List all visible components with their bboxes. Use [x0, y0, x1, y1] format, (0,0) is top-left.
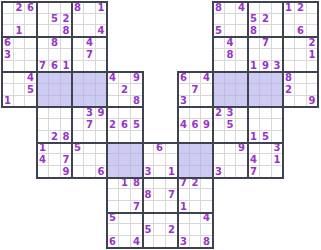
given-cell-r14c22: 4 [248, 154, 260, 166]
given-cell-r6c6: 1 [61, 61, 72, 72]
empty-cell-r17c16[interactable] [178, 189, 190, 201]
empty-cell-r7c27[interactable] [307, 72, 318, 84]
given-cell-r7c10: 4 [107, 72, 119, 84]
empty-cell-r8c21[interactable] [236, 84, 248, 96]
empty-cell-r14c14[interactable] [154, 154, 166, 166]
empty-cell-r10c18[interactable] [201, 107, 213, 119]
empty-cell-r6c26[interactable] [295, 61, 307, 72]
empty-cell-r2c4[interactable] [37, 14, 49, 25]
empty-cell-r14c13[interactable] [143, 154, 154, 166]
given-cell-r1c25: 1 [283, 2, 295, 14]
empty-cell-r15c18[interactable] [201, 166, 213, 178]
empty-cell-r1c4[interactable] [37, 2, 49, 14]
empty-cell-r10c16[interactable] [178, 107, 190, 119]
empty-cell-r2c2[interactable] [14, 14, 25, 25]
empty-cell-r6c21[interactable] [236, 61, 248, 72]
empty-cell-r8c19[interactable] [213, 84, 225, 96]
given-cell-r21c16: 3 [178, 236, 190, 248]
empty-cell-r8c24[interactable] [272, 84, 283, 96]
empty-cell-r8c22[interactable] [248, 84, 260, 96]
empty-cell-r3c24[interactable] [272, 25, 283, 37]
empty-cell-r2c8[interactable] [84, 14, 96, 25]
given-cell-r20c15: 2 [166, 224, 178, 236]
given-cell-r15c15: 1 [166, 166, 178, 178]
empty-cell-r16c14[interactable] [154, 178, 166, 189]
empty-cell-r1c24[interactable] [272, 2, 283, 14]
empty-cell-r12c20[interactable] [225, 131, 236, 143]
empty-cell-r21c13[interactable] [143, 236, 154, 248]
empty-cell-r1c8[interactable] [84, 2, 96, 14]
empty-cell-r5c26[interactable] [295, 49, 307, 61]
empty-cell-r13c8[interactable] [84, 143, 96, 154]
empty-cell-r15c4[interactable] [37, 166, 49, 178]
empty-cell-r4c4[interactable] [37, 37, 49, 49]
given-cell-r15c22: 7 [248, 166, 260, 178]
empty-cell-r10c4[interactable] [37, 107, 49, 119]
given-cell-r7c3: 4 [25, 72, 37, 84]
empty-cell-r21c14[interactable] [154, 236, 166, 248]
given-cell-r12c22: 1 [248, 131, 260, 143]
empty-cell-r19c14[interactable] [154, 213, 166, 224]
given-cell-r3c26: 6 [295, 25, 307, 37]
given-cell-r15c6: 9 [61, 166, 72, 178]
given-cell-r7c12: 9 [131, 72, 143, 84]
empty-cell-r5c3[interactable] [25, 49, 37, 61]
empty-cell-r10c12[interactable] [131, 107, 143, 119]
empty-cell-r8c23[interactable] [260, 84, 272, 96]
empty-cell-r7c20[interactable] [225, 72, 236, 84]
empty-cell-r14c10[interactable] [107, 154, 119, 166]
given-cell-r14c6: 7 [61, 154, 72, 166]
empty-cell-r7c26[interactable] [295, 72, 307, 84]
empty-cell-r13c13[interactable] [143, 143, 154, 154]
empty-cell-r20c18[interactable] [201, 224, 213, 236]
empty-cell-r15c21[interactable] [236, 166, 248, 178]
empty-cell-r10c7[interactable] [72, 107, 84, 119]
empty-cell-r12c16[interactable] [178, 131, 190, 143]
empty-cell-r11c7[interactable] [72, 119, 84, 131]
given-cell-r4c23: 7 [260, 37, 272, 49]
empty-cell-r11c5[interactable] [49, 119, 61, 131]
empty-cell-r13c5[interactable] [49, 143, 61, 154]
empty-cell-r3c1[interactable] [2, 25, 14, 37]
empty-cell-r20c10[interactable] [107, 224, 119, 236]
given-cell-r9c27: 9 [307, 96, 318, 107]
empty-cell-r15c20[interactable] [225, 166, 236, 178]
empty-cell-r8c18[interactable] [201, 84, 213, 96]
given-cell-r4c1: 6 [2, 37, 14, 49]
empty-cell-r13c6[interactable] [61, 143, 72, 154]
empty-cell-r6c20[interactable] [225, 61, 236, 72]
empty-cell-r17c14[interactable] [154, 189, 166, 201]
empty-cell-r4c24[interactable] [272, 37, 283, 49]
empty-cell-r17c18[interactable] [201, 189, 213, 201]
empty-cell-r12c8[interactable] [84, 131, 96, 143]
given-cell-r10c20: 3 [225, 107, 236, 119]
given-cell-r13c14: 6 [154, 143, 166, 154]
empty-cell-r11c22[interactable] [248, 119, 260, 131]
empty-cell-r14c12[interactable] [131, 154, 143, 166]
given-cell-r21c12: 4 [131, 236, 143, 248]
given-cell-r5c20: 8 [225, 49, 236, 61]
empty-cell-r20c16[interactable] [178, 224, 190, 236]
given-cell-r7c18: 4 [201, 72, 213, 84]
empty-cell-r3c27[interactable] [307, 25, 318, 37]
empty-cell-r7c1[interactable] [2, 72, 14, 84]
empty-cell-r4c21[interactable] [236, 37, 248, 49]
empty-cell-r14c7[interactable] [72, 154, 84, 166]
empty-cell-r12c12[interactable] [131, 131, 143, 143]
empty-cell-r7c9[interactable] [96, 72, 107, 84]
empty-cell-r9c25[interactable] [283, 96, 295, 107]
empty-cell-r6c19[interactable] [213, 61, 225, 72]
empty-cell-r18c11[interactable] [119, 201, 131, 213]
empty-cell-r19c12[interactable] [131, 213, 143, 224]
empty-cell-r9c17[interactable] [190, 96, 201, 107]
empty-cell-r4c3[interactable] [25, 37, 37, 49]
empty-cell-r20c11[interactable] [119, 224, 131, 236]
empty-cell-r1c1[interactable] [2, 2, 14, 14]
empty-cell-r2c3[interactable] [25, 14, 37, 25]
empty-cell-r10c11[interactable] [119, 107, 131, 119]
empty-cell-r4c19[interactable] [213, 37, 225, 49]
empty-cell-r7c6[interactable] [61, 72, 72, 84]
empty-cell-r1c27[interactable] [307, 2, 318, 14]
empty-cell-r14c15[interactable] [166, 154, 178, 166]
empty-cell-r18c17[interactable] [190, 201, 201, 213]
empty-cell-r11c19[interactable] [213, 119, 225, 131]
empty-cell-r8c10[interactable] [107, 84, 119, 96]
empty-cell-r10c21[interactable] [236, 107, 248, 119]
given-cell-r15c13: 3 [143, 166, 154, 178]
empty-cell-r7c23[interactable] [260, 72, 272, 84]
given-cell-r15c9: 6 [96, 166, 107, 178]
empty-cell-r13c9[interactable] [96, 143, 107, 154]
empty-cell-r13c18[interactable] [201, 143, 213, 154]
empty-cell-r9c4[interactable] [37, 96, 49, 107]
empty-cell-r11c9[interactable] [96, 119, 107, 131]
given-cell-r9c1: 1 [2, 96, 14, 107]
empty-cell-r3c23[interactable] [260, 25, 272, 37]
given-cell-r16c11: 1 [119, 178, 131, 189]
empty-cell-r13c10[interactable] [107, 143, 119, 154]
empty-cell-r9c24[interactable] [272, 96, 283, 107]
empty-cell-r9c22[interactable] [248, 96, 260, 107]
empty-cell-r9c26[interactable] [295, 96, 307, 107]
empty-cell-r4c22[interactable] [248, 37, 260, 49]
empty-cell-r5c25[interactable] [283, 49, 295, 61]
given-cell-r20c13: 5 [143, 224, 154, 236]
empty-cell-r9c11[interactable] [119, 96, 131, 107]
empty-cell-r12c9[interactable] [96, 131, 107, 143]
empty-cell-r13c15[interactable] [166, 143, 178, 154]
empty-cell-r12c18[interactable] [201, 131, 213, 143]
given-cell-r16c17: 2 [190, 178, 201, 189]
given-cell-r13c24: 3 [272, 143, 283, 154]
given-cell-r11c20: 5 [225, 119, 236, 131]
empty-cell-r15c14[interactable] [154, 166, 166, 178]
given-cell-r1c2: 2 [14, 2, 25, 14]
empty-cell-r10c23[interactable] [260, 107, 272, 119]
empty-cell-r19c15[interactable] [166, 213, 178, 224]
empty-cell-r7c21[interactable] [236, 72, 248, 84]
given-cell-r6c23: 9 [260, 61, 272, 72]
empty-cell-r8c9[interactable] [96, 84, 107, 96]
empty-cell-r12c17[interactable] [190, 131, 201, 143]
empty-cell-r15c8[interactable] [84, 166, 96, 178]
given-cell-r3c6: 8 [61, 25, 72, 37]
empty-cell-r5c19[interactable] [213, 49, 225, 61]
empty-cell-r21c11[interactable] [119, 236, 131, 248]
empty-cell-r4c25[interactable] [283, 37, 295, 49]
empty-cell-r14c17[interactable] [190, 154, 201, 166]
empty-cell-r9c2[interactable] [14, 96, 25, 107]
empty-cell-r3c4[interactable] [37, 25, 49, 37]
empty-cell-r4c7[interactable] [72, 37, 84, 49]
empty-cell-r3c21[interactable] [236, 25, 248, 37]
empty-cell-r4c6[interactable] [61, 37, 72, 49]
empty-cell-r6c7[interactable] [72, 61, 84, 72]
empty-cell-r13c12[interactable] [131, 143, 143, 154]
empty-cell-r11c4[interactable] [37, 119, 49, 131]
empty-cell-r13c17[interactable] [190, 143, 201, 154]
given-cell-r1c7: 8 [72, 2, 84, 14]
given-cell-r3c22: 8 [248, 25, 260, 37]
given-cell-r11c17: 6 [190, 119, 201, 131]
empty-cell-r7c11[interactable] [119, 72, 131, 84]
empty-cell-r12c19[interactable] [213, 131, 225, 143]
empty-cell-r5c2[interactable] [14, 49, 25, 61]
given-cell-r3c9: 4 [96, 25, 107, 37]
empty-cell-r7c5[interactable] [49, 72, 61, 84]
empty-cell-r6c27[interactable] [307, 61, 318, 72]
empty-cell-r8c20[interactable] [225, 84, 236, 96]
empty-cell-r11c21[interactable] [236, 119, 248, 131]
empty-cell-r12c10[interactable] [107, 131, 119, 143]
empty-cell-r14c9[interactable] [96, 154, 107, 166]
empty-cell-r9c18[interactable] [201, 96, 213, 107]
empty-cell-r9c23[interactable] [260, 96, 272, 107]
empty-cell-r9c20[interactable] [225, 96, 236, 107]
given-cell-r19c18: 4 [201, 213, 213, 224]
empty-cell-r21c17[interactable] [190, 236, 201, 248]
empty-cell-r5c21[interactable] [236, 49, 248, 61]
given-cell-r4c8: 4 [84, 37, 96, 49]
empty-cell-r2c21[interactable] [236, 14, 248, 25]
empty-cell-r2c19[interactable] [213, 14, 225, 25]
empty-cell-r8c4[interactable] [37, 84, 49, 96]
empty-cell-r10c6[interactable] [61, 107, 72, 119]
given-cell-r6c4: 7 [37, 61, 49, 72]
empty-cell-r2c9[interactable] [96, 14, 107, 25]
empty-cell-r14c20[interactable] [225, 154, 236, 166]
empty-cell-r19c11[interactable] [119, 213, 131, 224]
empty-cell-r2c24[interactable] [272, 14, 283, 25]
empty-cell-r8c2[interactable] [14, 84, 25, 96]
given-cell-r12c5: 2 [49, 131, 61, 143]
given-cell-r21c10: 6 [107, 236, 119, 248]
empty-cell-r9c6[interactable] [61, 96, 72, 107]
empty-cell-r7c22[interactable] [248, 72, 260, 84]
empty-cell-r10c22[interactable] [248, 107, 260, 119]
empty-cell-r17c12[interactable] [131, 189, 143, 201]
given-cell-r14c4: 4 [37, 154, 49, 166]
empty-cell-r13c19[interactable] [213, 143, 225, 154]
empty-cell-r21c15[interactable] [166, 236, 178, 248]
empty-cell-r5c9[interactable] [96, 49, 107, 61]
empty-cell-r7c24[interactable] [272, 72, 283, 84]
empty-cell-r13c23[interactable] [260, 143, 272, 154]
empty-cell-r3c25[interactable] [283, 25, 295, 37]
empty-cell-r7c8[interactable] [84, 72, 96, 84]
empty-cell-r17c10[interactable] [107, 189, 119, 201]
given-cell-r1c9: 1 [96, 2, 107, 14]
empty-cell-r9c7[interactable] [72, 96, 84, 107]
empty-cell-r16c13[interactable] [143, 178, 154, 189]
empty-cell-r9c10[interactable] [107, 96, 119, 107]
given-cell-r8c11: 2 [119, 84, 131, 96]
puzzle-board: 2681521846843776145184125258647281193829… [0, 0, 321, 250]
empty-cell-r15c10[interactable] [107, 166, 119, 178]
empty-cell-r10c24[interactable] [272, 107, 283, 119]
empty-cell-r14c11[interactable] [119, 154, 131, 166]
given-cell-r13c7: 5 [72, 143, 84, 154]
empty-cell-r9c21[interactable] [236, 96, 248, 107]
empty-cell-r6c8[interactable] [84, 61, 96, 72]
empty-cell-r3c3[interactable] [25, 25, 37, 37]
empty-cell-r4c2[interactable] [14, 37, 25, 49]
empty-cell-r20c14[interactable] [154, 224, 166, 236]
empty-cell-r14c19[interactable] [213, 154, 225, 166]
empty-cell-r13c20[interactable] [225, 143, 236, 154]
empty-cell-r6c3[interactable] [25, 61, 37, 72]
given-cell-r17c15: 7 [166, 189, 178, 201]
empty-cell-r16c10[interactable] [107, 178, 119, 189]
given-cell-r8c25: 2 [283, 84, 295, 96]
empty-cell-r20c12[interactable] [131, 224, 143, 236]
empty-cell-r8c6[interactable] [61, 84, 72, 96]
empty-cell-r12c11[interactable] [119, 131, 131, 143]
given-cell-r12c23: 5 [260, 131, 272, 143]
empty-cell-r9c3[interactable] [25, 96, 37, 107]
empty-cell-r11c6[interactable] [61, 119, 72, 131]
given-cell-r3c19: 5 [213, 25, 225, 37]
given-cell-r11c8: 7 [84, 119, 96, 131]
empty-cell-r1c20[interactable] [225, 2, 236, 14]
empty-cell-r14c16[interactable] [178, 154, 190, 166]
empty-cell-r16c15[interactable] [166, 178, 178, 189]
empty-cell-r8c26[interactable] [295, 84, 307, 96]
empty-cell-r9c5[interactable] [49, 96, 61, 107]
empty-cell-r20c17[interactable] [190, 224, 201, 236]
empty-cell-r2c27[interactable] [307, 14, 318, 25]
empty-cell-r16c18[interactable] [201, 178, 213, 189]
empty-cell-r6c9[interactable] [96, 61, 107, 72]
empty-cell-r15c5[interactable] [49, 166, 61, 178]
empty-cell-r13c22[interactable] [248, 143, 260, 154]
given-cell-r4c27: 2 [307, 37, 318, 49]
given-cell-r11c12: 5 [131, 119, 143, 131]
given-cell-r2c6: 2 [61, 14, 72, 25]
empty-cell-r9c9[interactable] [96, 96, 107, 107]
empty-cell-r10c17[interactable] [190, 107, 201, 119]
empty-cell-r18c15[interactable] [166, 201, 178, 213]
given-cell-r11c18: 9 [201, 119, 213, 131]
given-cell-r2c22: 5 [248, 14, 260, 25]
empty-cell-r6c1[interactable] [2, 61, 14, 72]
empty-cell-r15c23[interactable] [260, 166, 272, 178]
empty-cell-r3c7[interactable] [72, 25, 84, 37]
empty-cell-r14c8[interactable] [84, 154, 96, 166]
empty-cell-r19c17[interactable] [190, 213, 201, 224]
empty-cell-r11c24[interactable] [272, 119, 283, 131]
empty-cell-r3c5[interactable] [49, 25, 61, 37]
empty-cell-r15c24[interactable] [272, 166, 283, 178]
given-cell-r6c24: 3 [272, 61, 283, 72]
empty-cell-r8c7[interactable] [72, 84, 84, 96]
empty-cell-r7c7[interactable] [72, 72, 84, 84]
given-cell-r18c16: 1 [178, 201, 190, 213]
empty-cell-r9c19[interactable] [213, 96, 225, 107]
empty-cell-r8c5[interactable] [49, 84, 61, 96]
given-cell-r16c16: 7 [178, 178, 190, 189]
empty-cell-r14c21[interactable] [236, 154, 248, 166]
empty-cell-r17c17[interactable] [190, 189, 201, 201]
empty-cell-r7c4[interactable] [37, 72, 49, 84]
empty-cell-r5c7[interactable] [72, 49, 84, 61]
given-cell-r13c21: 9 [236, 143, 248, 154]
empty-cell-r11c23[interactable] [260, 119, 272, 131]
empty-cell-r14c18[interactable] [201, 154, 213, 166]
empty-cell-r2c26[interactable] [295, 14, 307, 25]
given-cell-r10c9: 9 [96, 107, 107, 119]
given-cell-r4c20: 4 [225, 37, 236, 49]
given-cell-r10c19: 2 [213, 107, 225, 119]
empty-cell-r8c8[interactable] [84, 84, 96, 96]
empty-cell-r7c19[interactable] [213, 72, 225, 84]
empty-cell-r14c5[interactable] [49, 154, 61, 166]
empty-cell-r10c10[interactable] [107, 107, 119, 119]
empty-cell-r14c23[interactable] [260, 154, 272, 166]
empty-cell-r6c2[interactable] [14, 61, 25, 72]
empty-cell-r13c11[interactable] [119, 143, 131, 154]
empty-cell-r7c2[interactable] [14, 72, 25, 84]
empty-cell-r2c20[interactable] [225, 14, 236, 25]
empty-cell-r3c8[interactable] [84, 25, 96, 37]
empty-cell-r3c20[interactable] [225, 25, 236, 37]
given-cell-r5c27: 1 [307, 49, 318, 61]
empty-cell-r19c16[interactable] [178, 213, 190, 224]
empty-cell-r15c7[interactable] [72, 166, 84, 178]
empty-cell-r18c14[interactable] [154, 201, 166, 213]
empty-cell-r2c25[interactable] [283, 14, 295, 25]
empty-cell-r2c7[interactable] [72, 14, 84, 25]
empty-cell-r4c26[interactable] [295, 37, 307, 49]
given-cell-r17c13: 8 [143, 189, 154, 201]
empty-cell-r18c13[interactable] [143, 201, 154, 213]
empty-cell-r6c25[interactable] [283, 61, 295, 72]
given-cell-r12c6: 8 [61, 131, 72, 143]
empty-cell-r17c11[interactable] [119, 189, 131, 201]
empty-cell-r7c17[interactable] [190, 72, 201, 84]
empty-cell-r19c13[interactable] [143, 213, 154, 224]
empty-cell-r9c8[interactable] [84, 96, 96, 107]
empty-cell-r4c9[interactable] [96, 37, 107, 49]
empty-cell-r10c5[interactable] [49, 107, 61, 119]
given-cell-r2c5: 5 [49, 14, 61, 25]
empty-cell-r13c16[interactable] [178, 143, 190, 154]
empty-cell-r2c1[interactable] [2, 14, 14, 25]
